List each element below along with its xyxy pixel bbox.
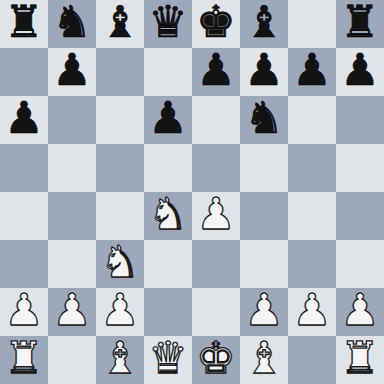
piece-white-rook[interactable]: ♜ bbox=[4, 336, 43, 382]
square-g1[interactable] bbox=[288, 336, 336, 384]
square-c2[interactable]: ♟ bbox=[96, 288, 144, 336]
square-g2[interactable]: ♟ bbox=[288, 288, 336, 336]
square-b7[interactable]: ♟ bbox=[48, 48, 96, 96]
square-e5[interactable] bbox=[192, 144, 240, 192]
chess-board: ♜♞♝♛♚♝♜♟♟♟♟♟♟♟♞♞♟♞♟♟♟♟♟♟♜♝♛♚♝♜ bbox=[0, 0, 384, 384]
piece-black-pawn[interactable]: ♟ bbox=[4, 96, 43, 142]
square-h6[interactable] bbox=[336, 96, 384, 144]
piece-black-knight[interactable]: ♞ bbox=[52, 0, 91, 46]
piece-white-pawn[interactable]: ♟ bbox=[100, 288, 139, 334]
square-d7[interactable] bbox=[144, 48, 192, 96]
square-h8[interactable]: ♜ bbox=[336, 0, 384, 48]
piece-white-pawn[interactable]: ♟ bbox=[4, 288, 43, 334]
square-a7[interactable] bbox=[0, 48, 48, 96]
piece-black-queen[interactable]: ♛ bbox=[148, 0, 187, 46]
square-e1[interactable]: ♚ bbox=[192, 336, 240, 384]
square-a5[interactable] bbox=[0, 144, 48, 192]
square-h3[interactable] bbox=[336, 240, 384, 288]
square-h5[interactable] bbox=[336, 144, 384, 192]
square-c1[interactable]: ♝ bbox=[96, 336, 144, 384]
square-a6[interactable]: ♟ bbox=[0, 96, 48, 144]
square-c6[interactable] bbox=[96, 96, 144, 144]
square-e6[interactable] bbox=[192, 96, 240, 144]
square-d6[interactable]: ♟ bbox=[144, 96, 192, 144]
square-g4[interactable] bbox=[288, 192, 336, 240]
square-f3[interactable] bbox=[240, 240, 288, 288]
piece-black-pawn[interactable]: ♟ bbox=[244, 48, 283, 94]
square-a8[interactable]: ♜ bbox=[0, 0, 48, 48]
piece-black-knight[interactable]: ♞ bbox=[244, 96, 283, 142]
piece-white-knight[interactable]: ♞ bbox=[100, 240, 139, 286]
piece-black-pawn[interactable]: ♟ bbox=[52, 48, 91, 94]
piece-black-rook[interactable]: ♜ bbox=[4, 0, 43, 46]
square-a2[interactable]: ♟ bbox=[0, 288, 48, 336]
square-d1[interactable]: ♛ bbox=[144, 336, 192, 384]
square-f1[interactable]: ♝ bbox=[240, 336, 288, 384]
square-b4[interactable] bbox=[48, 192, 96, 240]
square-g3[interactable] bbox=[288, 240, 336, 288]
piece-white-pawn[interactable]: ♟ bbox=[340, 288, 379, 334]
piece-black-pawn[interactable]: ♟ bbox=[148, 96, 187, 142]
square-f4[interactable] bbox=[240, 192, 288, 240]
piece-black-king[interactable]: ♚ bbox=[196, 0, 235, 46]
square-b6[interactable] bbox=[48, 96, 96, 144]
square-f2[interactable]: ♟ bbox=[240, 288, 288, 336]
square-d8[interactable]: ♛ bbox=[144, 0, 192, 48]
square-c3[interactable]: ♞ bbox=[96, 240, 144, 288]
square-f8[interactable]: ♝ bbox=[240, 0, 288, 48]
piece-white-rook[interactable]: ♜ bbox=[340, 336, 379, 382]
piece-white-pawn[interactable]: ♟ bbox=[292, 288, 331, 334]
square-a3[interactable] bbox=[0, 240, 48, 288]
square-c5[interactable] bbox=[96, 144, 144, 192]
square-b3[interactable] bbox=[48, 240, 96, 288]
piece-white-knight[interactable]: ♞ bbox=[148, 192, 187, 238]
piece-black-pawn[interactable]: ♟ bbox=[292, 48, 331, 94]
piece-white-queen[interactable]: ♛ bbox=[148, 336, 187, 382]
square-b5[interactable] bbox=[48, 144, 96, 192]
square-c7[interactable] bbox=[96, 48, 144, 96]
square-f6[interactable]: ♞ bbox=[240, 96, 288, 144]
piece-black-pawn[interactable]: ♟ bbox=[340, 48, 379, 94]
square-e3[interactable] bbox=[192, 240, 240, 288]
piece-black-rook[interactable]: ♜ bbox=[340, 0, 379, 46]
square-d5[interactable] bbox=[144, 144, 192, 192]
square-a1[interactable]: ♜ bbox=[0, 336, 48, 384]
piece-white-pawn[interactable]: ♟ bbox=[196, 192, 235, 238]
piece-white-bishop[interactable]: ♝ bbox=[244, 336, 283, 382]
square-b1[interactable] bbox=[48, 336, 96, 384]
square-c4[interactable] bbox=[96, 192, 144, 240]
piece-black-bishop[interactable]: ♝ bbox=[244, 0, 283, 46]
square-f7[interactable]: ♟ bbox=[240, 48, 288, 96]
piece-black-pawn[interactable]: ♟ bbox=[196, 48, 235, 94]
piece-white-pawn[interactable]: ♟ bbox=[244, 288, 283, 334]
square-h2[interactable]: ♟ bbox=[336, 288, 384, 336]
square-g5[interactable] bbox=[288, 144, 336, 192]
square-e4[interactable]: ♟ bbox=[192, 192, 240, 240]
square-b2[interactable]: ♟ bbox=[48, 288, 96, 336]
square-a4[interactable] bbox=[0, 192, 48, 240]
square-g7[interactable]: ♟ bbox=[288, 48, 336, 96]
square-e7[interactable]: ♟ bbox=[192, 48, 240, 96]
square-b8[interactable]: ♞ bbox=[48, 0, 96, 48]
piece-white-pawn[interactable]: ♟ bbox=[52, 288, 91, 334]
square-f5[interactable] bbox=[240, 144, 288, 192]
piece-black-bishop[interactable]: ♝ bbox=[100, 0, 139, 46]
square-d4[interactable]: ♞ bbox=[144, 192, 192, 240]
square-h4[interactable] bbox=[336, 192, 384, 240]
square-g6[interactable] bbox=[288, 96, 336, 144]
piece-white-bishop[interactable]: ♝ bbox=[100, 336, 139, 382]
piece-white-king[interactable]: ♚ bbox=[196, 336, 235, 382]
square-d2[interactable] bbox=[144, 288, 192, 336]
square-c8[interactable]: ♝ bbox=[96, 0, 144, 48]
square-g8[interactable] bbox=[288, 0, 336, 48]
square-d3[interactable] bbox=[144, 240, 192, 288]
square-h1[interactable]: ♜ bbox=[336, 336, 384, 384]
square-e8[interactable]: ♚ bbox=[192, 0, 240, 48]
square-e2[interactable] bbox=[192, 288, 240, 336]
square-h7[interactable]: ♟ bbox=[336, 48, 384, 96]
